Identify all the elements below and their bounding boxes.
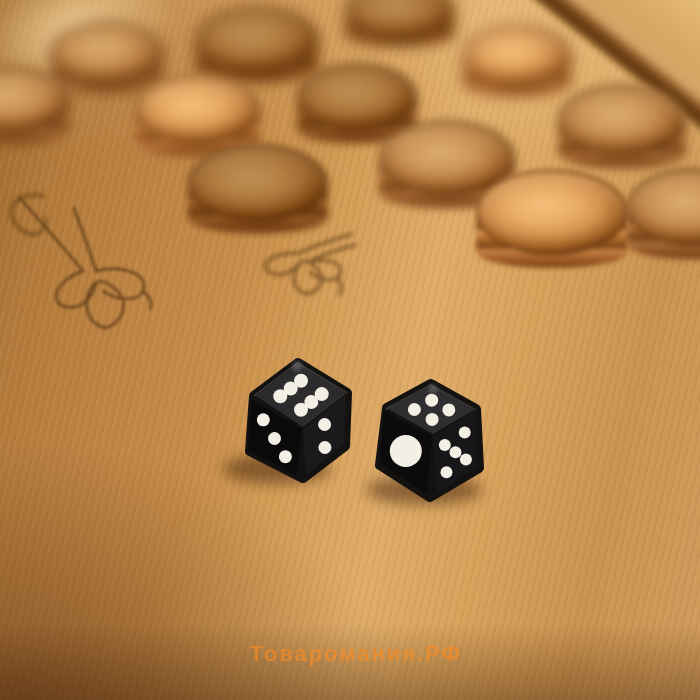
checker-stack[interactable] [188, 144, 328, 239]
checker-top-face [188, 144, 328, 222]
checker-stack[interactable] [476, 169, 628, 274]
checker-stacks [0, 0, 700, 700]
checker-top-face [476, 169, 628, 255]
checker-stack[interactable] [462, 25, 572, 102]
watermark-text: Товаромания.РФ [250, 641, 463, 667]
checker-top-face [558, 84, 686, 156]
checker-stack[interactable] [345, 0, 455, 52]
board-photo: Товаромания.РФ [0, 0, 700, 700]
checker-stack[interactable] [627, 168, 700, 265]
checker-stack[interactable] [558, 84, 686, 174]
checker-top-face [136, 75, 260, 145]
checker-top-face [462, 25, 572, 87]
checker-stack[interactable] [0, 67, 70, 150]
